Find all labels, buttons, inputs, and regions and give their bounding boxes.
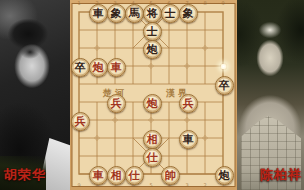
file-number: 3 — [182, 182, 192, 188]
piece-red-cannon[interactable]: 炮 — [89, 58, 108, 77]
piece-red-soldier[interactable]: 兵 — [179, 94, 198, 113]
file-number: 1 — [74, 0, 84, 6]
piece-black-chariot[interactable]: 車 — [89, 4, 108, 23]
piece-red-chariot[interactable]: 車 — [107, 58, 126, 77]
piece-red-soldier[interactable]: 兵 — [71, 112, 90, 131]
file-number: 2 — [200, 182, 210, 188]
piece-red-advisor[interactable]: 仕 — [143, 148, 162, 167]
piece-red-cannon[interactable]: 炮 — [143, 94, 162, 113]
photo-right-player: 陈柏祥 — [237, 0, 304, 190]
file-number: 8 — [200, 0, 210, 6]
piece-black-advisor[interactable]: 士 — [143, 22, 162, 41]
piece-red-elephant[interactable]: 相 — [143, 130, 162, 149]
piece-black-cannon[interactable]: 炮 — [143, 40, 162, 59]
file-number: 9 — [74, 182, 84, 188]
piece-black-horse[interactable]: 馬 — [125, 4, 144, 23]
piece-black-general[interactable]: 将 — [143, 4, 162, 23]
file-number: 9 — [218, 0, 228, 6]
piece-red-general[interactable]: 帥 — [161, 166, 180, 185]
xiangqi-board[interactable]: 楚河 漢界 123456789 987654321 車象馬将士象士炮卒卒車炮炮車… — [70, 0, 237, 190]
piece-black-elephant[interactable]: 象 — [179, 4, 198, 23]
player-name-right: 陈柏祥 — [260, 166, 302, 184]
piece-black-soldier[interactable]: 卒 — [71, 58, 90, 77]
video-frame: 胡荣华 楚河 漢界 123456789 — [0, 0, 304, 190]
file-number: 5 — [146, 182, 156, 188]
piece-black-cannon[interactable]: 炮 — [215, 166, 234, 185]
piece-red-soldier[interactable]: 兵 — [107, 94, 126, 113]
player-name-left: 胡荣华 — [4, 166, 46, 184]
last-move-highlight-dot — [220, 63, 227, 70]
photo-left-player: 胡荣华 — [0, 0, 70, 190]
piece-red-advisor[interactable]: 仕 — [125, 166, 144, 185]
piece-black-elephant[interactable]: 象 — [107, 4, 126, 23]
piece-black-soldier[interactable]: 卒 — [215, 76, 234, 95]
piece-red-elephant[interactable]: 相 — [107, 166, 126, 185]
piece-black-chariot[interactable]: 車 — [179, 130, 198, 149]
piece-red-chariot[interactable]: 車 — [89, 166, 108, 185]
piece-black-advisor[interactable]: 士 — [161, 4, 180, 23]
